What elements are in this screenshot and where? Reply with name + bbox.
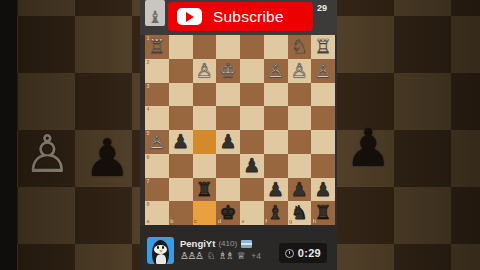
square-b7[interactable] xyxy=(169,178,193,202)
square-d4[interactable] xyxy=(216,106,240,130)
square-f2[interactable]: ♙ xyxy=(264,59,288,83)
square-c7[interactable]: ♜ xyxy=(193,178,217,202)
bottom-player-time: 0:29 xyxy=(298,247,321,259)
square-e3[interactable] xyxy=(240,83,264,107)
white-pawn[interactable]: ♙ xyxy=(145,130,169,154)
square-f1[interactable] xyxy=(264,35,288,59)
top-player-avatar[interactable]: ♝ xyxy=(145,0,165,26)
rank-label-3: 3 xyxy=(147,84,150,90)
shorts-video-frame: ♙♟ ♟ ♝ Subscribe 29 1♖♘♖2♙♔♙♙♙345♙♟♟6♟7♜… xyxy=(0,0,480,270)
black-pawn[interactable]: ♟ xyxy=(288,178,312,202)
captured-white-pawn-icon: ♙ xyxy=(195,251,204,261)
youtube-play-icon xyxy=(177,8,202,25)
background-edge-strip xyxy=(0,0,17,270)
square-f6[interactable] xyxy=(264,154,288,178)
rank-label-7: 7 xyxy=(147,179,150,185)
rank-label-6: 6 xyxy=(147,155,150,161)
black-rook[interactable]: ♜ xyxy=(311,201,335,225)
background-board-left: ♙♟ xyxy=(0,0,140,270)
black-pawn[interactable]: ♟ xyxy=(311,178,335,202)
square-a2[interactable]: 2 xyxy=(145,59,169,83)
bottom-player-rating: (410) xyxy=(218,239,237,248)
square-f4[interactable] xyxy=(264,106,288,130)
bottom-player-bar: PengiYt (410) ♙♙♙♘♗♗♕+4 0:29 xyxy=(140,225,337,270)
rank-label-4: 4 xyxy=(147,107,150,113)
captured-pieces-tray: ♙♙♙♘♗♗♕+4 xyxy=(180,250,261,261)
captured-white-knight-icon: ♘ xyxy=(206,251,215,261)
square-b3[interactable] xyxy=(169,83,193,107)
white-knight[interactable]: ♘ xyxy=(288,35,312,59)
square-a6[interactable]: 6 xyxy=(145,154,169,178)
square-f7[interactable]: ♟ xyxy=(264,178,288,202)
square-h5[interactable] xyxy=(311,130,335,154)
black-pawn[interactable]: ♟ xyxy=(240,154,264,178)
white-king[interactable]: ♔ xyxy=(216,59,240,83)
square-b6[interactable] xyxy=(169,154,193,178)
square-h8[interactable]: h♜ xyxy=(311,201,335,225)
square-g3[interactable] xyxy=(288,83,312,107)
bottom-player-clock: 0:29 xyxy=(279,243,327,263)
white-rook[interactable]: ♖ xyxy=(311,35,335,59)
square-f8[interactable]: f♝ xyxy=(264,201,288,225)
background-board-right: ♟ xyxy=(337,0,480,270)
black-rook[interactable]: ♜ xyxy=(193,178,217,202)
square-e1[interactable] xyxy=(240,35,264,59)
square-b2[interactable] xyxy=(169,59,193,83)
square-h1[interactable]: ♖ xyxy=(311,35,335,59)
square-b1[interactable] xyxy=(169,35,193,59)
square-c5[interactable] xyxy=(193,130,217,154)
square-h6[interactable] xyxy=(311,154,335,178)
square-g8[interactable]: g♞ xyxy=(288,201,312,225)
square-h2[interactable]: ♙ xyxy=(311,59,335,83)
square-e7[interactable] xyxy=(240,178,264,202)
top-player-clock: 29 xyxy=(317,3,327,13)
bottom-player-avatar[interactable] xyxy=(147,237,174,264)
square-b4[interactable] xyxy=(169,106,193,130)
bottom-player-name[interactable]: PengiYt xyxy=(180,238,215,249)
square-a7[interactable]: 7 xyxy=(145,178,169,202)
square-h3[interactable] xyxy=(311,83,335,107)
flag-icon xyxy=(241,240,252,248)
white-pawn[interactable]: ♙ xyxy=(311,59,335,83)
square-c3[interactable] xyxy=(193,83,217,107)
white-pawn[interactable]: ♙ xyxy=(288,59,312,83)
square-a8[interactable]: 8a xyxy=(145,201,169,225)
square-a1[interactable]: 1♖ xyxy=(145,35,169,59)
rank-label-2: 2 xyxy=(147,60,150,66)
file-label-e: e xyxy=(242,219,245,225)
square-c2[interactable]: ♙ xyxy=(193,59,217,83)
subscribe-button[interactable]: Subscribe xyxy=(168,2,313,31)
square-e8[interactable]: e xyxy=(240,201,264,225)
black-bishop[interactable]: ♝ xyxy=(264,201,288,225)
square-c6[interactable] xyxy=(193,154,217,178)
subscribe-label: Subscribe xyxy=(213,8,284,26)
rank-label-8: 8 xyxy=(147,202,150,208)
black-king[interactable]: ♚ xyxy=(216,201,240,225)
file-label-c: c xyxy=(194,219,197,225)
black-pawn[interactable]: ♟ xyxy=(264,178,288,202)
black-pawn[interactable]: ♟ xyxy=(216,130,240,154)
square-g7[interactable]: ♟ xyxy=(288,178,312,202)
background-shade xyxy=(0,0,140,270)
square-e6[interactable]: ♟ xyxy=(240,154,264,178)
square-h4[interactable] xyxy=(311,106,335,130)
square-e5[interactable] xyxy=(240,130,264,154)
file-label-b: b xyxy=(170,219,173,225)
square-a4[interactable]: 4 xyxy=(145,106,169,130)
square-d5[interactable]: ♟ xyxy=(216,130,240,154)
square-b8[interactable]: b xyxy=(169,201,193,225)
square-d8[interactable]: d♚ xyxy=(216,201,240,225)
square-c1[interactable] xyxy=(193,35,217,59)
captured-white-queen-icon: ♕ xyxy=(237,251,246,261)
square-c4[interactable] xyxy=(193,106,217,130)
square-b5[interactable]: ♟ xyxy=(169,130,193,154)
square-g5[interactable] xyxy=(288,130,312,154)
black-pawn[interactable]: ♟ xyxy=(169,130,193,154)
captured-white-bishop-icon: ♗ xyxy=(225,251,234,261)
bishop-avatar-icon: ♝ xyxy=(147,9,162,26)
file-label-a: a xyxy=(147,219,150,225)
white-pawn[interactable]: ♙ xyxy=(264,59,288,83)
background-shade xyxy=(337,0,480,270)
black-knight[interactable]: ♞ xyxy=(288,201,312,225)
square-a5[interactable]: 5♙ xyxy=(145,130,169,154)
square-d7[interactable] xyxy=(216,178,240,202)
top-player-bar: ♝ Subscribe 29 xyxy=(140,0,337,35)
square-e2[interactable] xyxy=(240,59,264,83)
square-g4[interactable] xyxy=(288,106,312,130)
square-a3[interactable]: 3 xyxy=(145,83,169,107)
clock-icon xyxy=(285,249,294,258)
square-g6[interactable] xyxy=(288,154,312,178)
square-d2[interactable]: ♔ xyxy=(216,59,240,83)
square-f3[interactable] xyxy=(264,83,288,107)
square-d6[interactable] xyxy=(216,154,240,178)
square-c8[interactable]: c xyxy=(193,201,217,225)
video-strip: ♝ Subscribe 29 1♖♘♖2♙♔♙♙♙345♙♟♟6♟7♜♟♟♟8a… xyxy=(140,0,337,270)
square-e4[interactable] xyxy=(240,106,264,130)
square-g2[interactable]: ♙ xyxy=(288,59,312,83)
square-g1[interactable]: ♘ xyxy=(288,35,312,59)
white-rook[interactable]: ♖ xyxy=(145,35,169,59)
white-pawn[interactable]: ♙ xyxy=(193,59,217,83)
material-advantage: +4 xyxy=(251,251,261,261)
chess-board: 1♖♘♖2♙♔♙♙♙345♙♟♟6♟7♜♟♟♟8abcd♚ef♝g♞h♜ xyxy=(145,35,335,225)
square-d3[interactable] xyxy=(216,83,240,107)
square-h7[interactable]: ♟ xyxy=(311,178,335,202)
square-f5[interactable] xyxy=(264,130,288,154)
square-d1[interactable] xyxy=(216,35,240,59)
